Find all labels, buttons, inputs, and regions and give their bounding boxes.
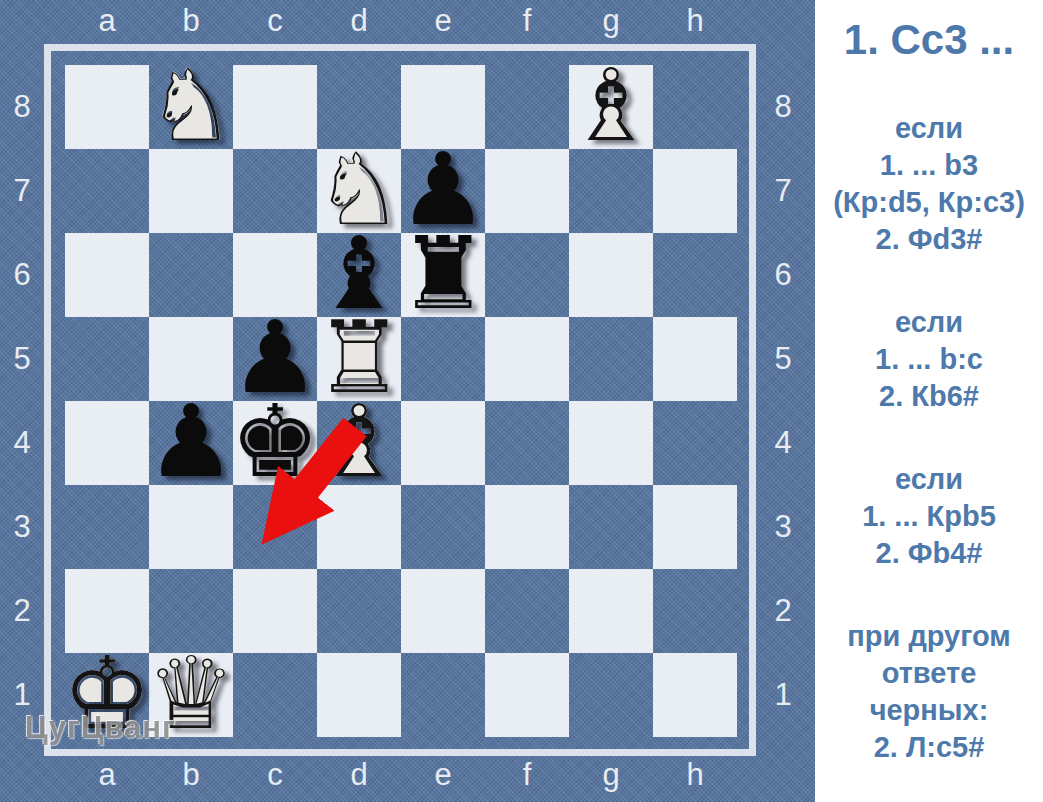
rank-label-6-right: 6 <box>768 233 798 317</box>
file-label-e-bottom: e <box>401 753 485 797</box>
piece-white-bishop: ♝♗ <box>317 401 401 485</box>
square-c2[interactable] <box>233 569 317 653</box>
square-e1[interactable] <box>401 653 485 737</box>
file-label-f-top: f <box>485 0 569 42</box>
square-d7[interactable]: ♞♘ <box>317 149 401 233</box>
square-f6[interactable] <box>485 233 569 317</box>
square-f3[interactable] <box>485 485 569 569</box>
piece-black-rook: ♜ <box>401 231 485 315</box>
square-e6[interactable]: ♜ <box>401 233 485 317</box>
square-a8[interactable] <box>65 65 149 149</box>
square-c8[interactable] <box>233 65 317 149</box>
square-b7[interactable] <box>149 149 233 233</box>
solution-line: ответе <box>815 655 1043 692</box>
square-c5[interactable]: ♟ <box>233 317 317 401</box>
rank-label-5-left: 5 <box>7 317 37 401</box>
chess-puzzle-screenshot: abcdefgh abcdefgh 87654321 87654321 ♞♘♝♗… <box>0 0 1043 802</box>
square-d4[interactable]: ♝♗ <box>317 401 401 485</box>
rank-label-7-left: 7 <box>7 149 37 233</box>
square-g8[interactable]: ♝♗ <box>569 65 653 149</box>
solution-panel: 1. Сc3 ... если1. ... b3(Кр:d5, Кр:c3)2.… <box>815 0 1043 802</box>
square-a7[interactable] <box>65 149 149 233</box>
rank-label-3-right: 3 <box>768 485 798 569</box>
piece-black-pawn: ♟ <box>233 315 317 399</box>
solution-line: 2. Фb4# <box>815 535 1043 572</box>
rank-labels-right: 87654321 <box>768 65 798 737</box>
square-e5[interactable] <box>401 317 485 401</box>
square-e4[interactable] <box>401 401 485 485</box>
piece-black-bishop: ♝ <box>317 231 401 315</box>
file-label-e-top: e <box>401 0 485 42</box>
square-e8[interactable] <box>401 65 485 149</box>
solution-line: (Кр:d5, Кр:c3) <box>815 184 1043 221</box>
square-b2[interactable] <box>149 569 233 653</box>
square-d6[interactable]: ♝ <box>317 233 401 317</box>
piece-white-knight: ♞♘ <box>149 65 233 149</box>
board-grid: ♞♘♝♗♞♘♟♝♜♟♜♖♟♚♝♗♚♔♛♕ <box>65 65 737 737</box>
rank-labels-left: 87654321 <box>7 65 37 737</box>
solution-line: при другом <box>815 618 1043 655</box>
square-f8[interactable] <box>485 65 569 149</box>
piece-white-knight: ♞♘ <box>317 149 401 233</box>
piece-outline: ♗ <box>317 399 401 483</box>
square-b4[interactable]: ♟ <box>149 401 233 485</box>
file-labels-top: abcdefgh <box>65 0 737 42</box>
piece-outline: ♖ <box>317 315 401 399</box>
piece-fill: ♜ <box>317 315 401 399</box>
square-d2[interactable] <box>317 569 401 653</box>
rank-label-4-left: 4 <box>7 401 37 485</box>
solution-line: если <box>815 110 1043 147</box>
file-label-a-bottom: a <box>65 753 149 797</box>
file-label-g-top: g <box>569 0 653 42</box>
square-a5[interactable] <box>65 317 149 401</box>
square-d8[interactable] <box>317 65 401 149</box>
square-h2[interactable] <box>653 569 737 653</box>
square-c7[interactable] <box>233 149 317 233</box>
solution-line: 1. ... Крb5 <box>815 498 1043 535</box>
piece-fill: ♞ <box>149 63 233 147</box>
file-label-d-top: d <box>317 0 401 42</box>
file-label-h-top: h <box>653 0 737 42</box>
square-f7[interactable] <box>485 149 569 233</box>
square-b8[interactable]: ♞♘ <box>149 65 233 149</box>
rank-label-4-right: 4 <box>768 401 798 485</box>
square-f4[interactable] <box>485 401 569 485</box>
square-c1[interactable] <box>233 653 317 737</box>
solution-line: 2. Кb6# <box>815 378 1043 415</box>
square-g2[interactable] <box>569 569 653 653</box>
square-g3[interactable] <box>569 485 653 569</box>
square-e2[interactable] <box>401 569 485 653</box>
square-c6[interactable] <box>233 233 317 317</box>
square-h3[interactable] <box>653 485 737 569</box>
square-c4[interactable]: ♚ <box>233 401 317 485</box>
piece-fill: ♝ <box>317 399 401 483</box>
square-f1[interactable] <box>485 653 569 737</box>
square-e7[interactable]: ♟ <box>401 149 485 233</box>
square-a6[interactable] <box>65 233 149 317</box>
piece-black-pawn: ♟ <box>401 147 485 231</box>
file-label-f-bottom: f <box>485 753 569 797</box>
solution-line: 2. Фd3# <box>815 221 1043 258</box>
file-label-c-bottom: c <box>233 753 317 797</box>
piece-outline: ♘ <box>317 147 401 231</box>
piece-fill: ♞ <box>317 147 401 231</box>
file-label-b-top: b <box>149 0 233 42</box>
solution-line: 1. ... b3 <box>815 147 1043 184</box>
square-d5[interactable]: ♜♖ <box>317 317 401 401</box>
rank-label-1-right: 1 <box>768 653 798 737</box>
piece-fill: ♝ <box>569 63 653 147</box>
square-f2[interactable] <box>485 569 569 653</box>
square-h1[interactable] <box>653 653 737 737</box>
solution-line: 1. ... b:c <box>815 341 1043 378</box>
watermark: ЦугЦванг <box>25 710 176 746</box>
solution-variations: если1. ... b3(Кр:d5, Кр:c3)2. Фd3#если1.… <box>815 110 1043 766</box>
square-d3[interactable] <box>317 485 401 569</box>
piece-black-king: ♚ <box>233 399 317 483</box>
square-g4[interactable] <box>569 401 653 485</box>
solution-variation-1: если1. ... b3(Кр:d5, Кр:c3)2. Фd3# <box>815 110 1043 258</box>
rank-label-6-left: 6 <box>7 233 37 317</box>
rank-label-7-right: 7 <box>768 149 798 233</box>
solution-line: 2. Л:с5# <box>815 729 1043 766</box>
piece-white-bishop: ♝♗ <box>569 65 653 149</box>
square-g5[interactable] <box>569 317 653 401</box>
piece-outline: ♘ <box>149 63 233 147</box>
square-h5[interactable] <box>653 317 737 401</box>
rank-label-3-left: 3 <box>7 485 37 569</box>
solution-line: черных: <box>815 692 1043 729</box>
file-label-a-top: a <box>65 0 149 42</box>
rank-label-5-right: 5 <box>768 317 798 401</box>
solution-variation-2: если1. ... b:c2. Кb6# <box>815 304 1043 415</box>
square-a4[interactable] <box>65 401 149 485</box>
board-area: abcdefgh abcdefgh 87654321 87654321 ♞♘♝♗… <box>0 0 815 802</box>
file-label-d-bottom: d <box>317 753 401 797</box>
square-e3[interactable] <box>401 485 485 569</box>
square-f5[interactable] <box>485 317 569 401</box>
rank-label-2-left: 2 <box>7 569 37 653</box>
file-label-g-bottom: g <box>569 753 653 797</box>
piece-black-pawn: ♟ <box>149 399 233 483</box>
rank-label-8-right: 8 <box>768 65 798 149</box>
square-g6[interactable] <box>569 233 653 317</box>
file-label-h-bottom: h <box>653 753 737 797</box>
piece-outline: ♗ <box>569 63 653 147</box>
square-b3[interactable] <box>149 485 233 569</box>
file-label-b-bottom: b <box>149 753 233 797</box>
square-g1[interactable] <box>569 653 653 737</box>
square-h8[interactable] <box>653 65 737 149</box>
square-a3[interactable] <box>65 485 149 569</box>
square-a2[interactable] <box>65 569 149 653</box>
square-h6[interactable] <box>653 233 737 317</box>
square-h4[interactable] <box>653 401 737 485</box>
solution-line: если <box>815 304 1043 341</box>
square-d1[interactable] <box>317 653 401 737</box>
rank-label-8-left: 8 <box>7 65 37 149</box>
square-c3[interactable] <box>233 485 317 569</box>
file-labels-bottom: abcdefgh <box>65 753 737 797</box>
square-h7[interactable] <box>653 149 737 233</box>
file-label-c-top: c <box>233 0 317 42</box>
rank-label-2-right: 2 <box>768 569 798 653</box>
piece-white-rook: ♜♖ <box>317 317 401 401</box>
square-g7[interactable] <box>569 149 653 233</box>
puzzle-title: 1. Сc3 ... <box>815 16 1043 64</box>
square-b6[interactable] <box>149 233 233 317</box>
square-b5[interactable] <box>149 317 233 401</box>
solution-line: если <box>815 461 1043 498</box>
solution-variation-3: если1. ... Крb52. Фb4# <box>815 461 1043 572</box>
solution-variation-4: при другомответечерных:2. Л:с5# <box>815 618 1043 766</box>
